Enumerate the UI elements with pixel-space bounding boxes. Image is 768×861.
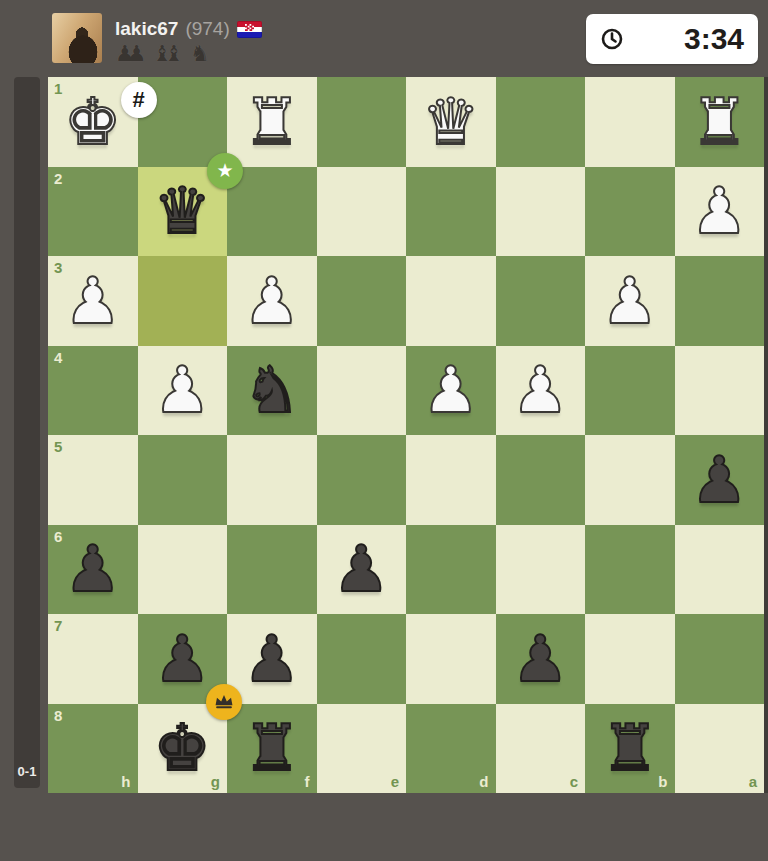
white-rook-a1[interactable]: ♜ [675,77,765,167]
square-c8[interactable]: c [496,704,586,794]
square-c3[interactable] [496,256,586,346]
captured-pawn-pair: ♟♟ [115,43,138,65]
white-queen-d1[interactable]: ♛ [406,77,496,167]
rank-label-7: 7 [54,617,62,634]
square-a1[interactable]: ♜ [675,77,765,167]
square-c6[interactable] [496,525,586,615]
bottom-player-bar: satriotomo (970) ♟♝♝♞♞+2 4:28 [0,797,768,861]
white-rook-f1[interactable]: ♜ [227,77,317,167]
square-c5[interactable] [496,435,586,525]
rank-label-5: 5 [54,438,62,455]
square-c4[interactable]: ♟ [496,346,586,436]
croatia-flag-icon [237,21,262,38]
square-g8[interactable]: g♚ [138,704,228,794]
square-e5[interactable] [317,435,407,525]
square-d4[interactable]: ♟ [406,346,496,436]
square-d8[interactable]: d [406,704,496,794]
game-result-label: 0-1 [18,764,37,779]
white-pawn-f3[interactable]: ♟ [227,256,317,346]
square-f8[interactable]: f♜ [227,704,317,794]
top-player-bar: lakic67 (974) ♟♟♝♝♞ 3:34 [0,0,768,77]
file-label-c: c [570,773,578,790]
square-b2[interactable] [585,167,675,257]
square-a8[interactable]: a [675,704,765,794]
square-a6[interactable] [675,525,765,615]
file-label-h: h [121,773,130,790]
top-player-avatar-photo [52,13,102,63]
square-h7[interactable]: 7 [48,614,138,704]
square-f4[interactable]: ♞ [227,346,317,436]
square-g6[interactable] [138,525,228,615]
square-d2[interactable] [406,167,496,257]
black-knight-f4[interactable]: ♞ [227,346,317,436]
square-d6[interactable] [406,525,496,615]
square-b8[interactable]: b♜ [585,704,675,794]
file-label-f: f [305,773,310,790]
square-c7[interactable]: ♟ [496,614,586,704]
square-a4[interactable] [675,346,765,436]
rank-label-4: 4 [54,349,62,366]
file-label-b: b [658,773,667,790]
top-player-time: 3:34 [684,22,744,56]
square-a7[interactable] [675,614,765,704]
square-h4[interactable]: 4 [48,346,138,436]
square-h2[interactable]: 2 [48,167,138,257]
best-move-badge-icon: ★ [207,153,243,189]
rank-label-8: 8 [54,707,62,724]
square-h5[interactable]: 5 [48,435,138,525]
square-g3[interactable] [138,256,228,346]
square-f6[interactable] [227,525,317,615]
square-c2[interactable] [496,167,586,257]
black-rook-f8[interactable]: ♜ [227,704,317,794]
square-h8[interactable]: 8h [48,704,138,794]
winner-badge-icon [206,684,242,720]
clock-icon [600,27,624,51]
file-label-d: d [479,773,488,790]
square-a2[interactable]: ♟ [675,167,765,257]
square-f7[interactable]: ♟ [227,614,317,704]
square-e3[interactable] [317,256,407,346]
white-pawn-d4[interactable]: ♟ [406,346,496,436]
square-d7[interactable] [406,614,496,704]
square-c1[interactable] [496,77,586,167]
rank-label-2: 2 [54,170,62,187]
white-pawn-a2[interactable]: ♟ [675,167,765,257]
square-d3[interactable] [406,256,496,346]
square-b3[interactable]: ♟ [585,256,675,346]
rank-label-6: 6 [54,528,62,545]
square-b4[interactable] [585,346,675,436]
square-e8[interactable]: e [317,704,407,794]
square-e7[interactable] [317,614,407,704]
white-pawn-g4[interactable]: ♟ [138,346,228,436]
black-pawn-e6[interactable]: ♟ [317,525,407,615]
square-a5[interactable]: ♟ [675,435,765,525]
square-f5[interactable] [227,435,317,525]
square-b5[interactable] [585,435,675,525]
top-player-name: lakic67 [115,18,178,40]
square-e4[interactable] [317,346,407,436]
file-label-e: e [391,773,399,790]
square-h1[interactable]: 1♚# [48,77,138,167]
black-pawn-a5[interactable]: ♟ [675,435,765,525]
captured-knight: ♞ [190,43,202,65]
square-b6[interactable] [585,525,675,615]
square-g5[interactable] [138,435,228,525]
black-pawn-c7[interactable]: ♟ [496,614,586,704]
top-player-clock: 3:34 [586,14,758,64]
chess-board[interactable]: 1♚#♜♛♜2♛★♟3♟♟♟4♟♞♟♟5♟6♟♟7♟♟♟8hg♚f♜edcb♜a [48,77,764,793]
square-g4[interactable]: ♟ [138,346,228,436]
checkmate-badge-icon: # [121,82,157,118]
square-g2[interactable]: ♛★ [138,167,228,257]
top-player-rating: (974) [185,18,229,40]
rank-label-3: 3 [54,259,62,276]
top-player-avatar[interactable] [52,13,102,63]
square-b1[interactable] [585,77,675,167]
square-f1[interactable]: ♜ [227,77,317,167]
top-player-name-row[interactable]: lakic67 (974) [115,18,262,40]
file-label-a: a [749,773,757,790]
white-pawn-c4[interactable]: ♟ [496,346,586,436]
square-f3[interactable]: ♟ [227,256,317,346]
white-pawn-b3[interactable]: ♟ [585,256,675,346]
top-player-captured-pieces: ♟♟♝♝♞ [115,42,216,66]
chess-app: lakic67 (974) ♟♟♝♝♞ 3:34 0-1 1♚#♜♛♜2♛★♟3… [0,0,768,861]
square-e1[interactable] [317,77,407,167]
captured-bishop-pair: ♝♝ [152,43,175,65]
square-d5[interactable] [406,435,496,525]
square-b7[interactable] [585,614,675,704]
side-panel-bar: 0-1 [14,77,40,788]
board-right-gutter [764,77,768,793]
square-h3[interactable]: 3♟ [48,256,138,346]
square-d1[interactable]: ♛ [406,77,496,167]
square-a3[interactable] [675,256,765,346]
rank-label-1: 1 [54,80,62,97]
file-label-g: g [211,773,220,790]
black-pawn-f7[interactable]: ♟ [227,614,317,704]
square-e2[interactable] [317,167,407,257]
square-h6[interactable]: 6♟ [48,525,138,615]
square-e6[interactable]: ♟ [317,525,407,615]
